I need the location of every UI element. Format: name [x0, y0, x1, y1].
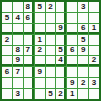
given-digit-r7c2[interactable]: 7 — [13, 67, 23, 77]
given-digit-r7c4[interactable]: 9 — [35, 67, 45, 77]
cell-r4c7[interactable] — [67, 35, 77, 45]
cell-r7c8[interactable] — [78, 67, 88, 77]
cell-r7c3[interactable] — [24, 67, 34, 77]
given-digit-r9c7[interactable]: 1 — [67, 89, 77, 99]
given-digit-r2c1[interactable]: 5 — [2, 13, 12, 23]
cell-r7c5[interactable] — [46, 67, 56, 77]
cell-r6c1[interactable] — [2, 56, 12, 66]
cell-r5c1[interactable] — [2, 46, 12, 56]
cell-r4c9[interactable] — [89, 35, 99, 45]
cell-r6c5[interactable] — [46, 56, 56, 66]
cell-r9c1[interactable] — [2, 89, 12, 99]
given-digit-r6c9[interactable]: 2 — [89, 56, 99, 66]
given-digit-r9c6[interactable]: 2 — [56, 89, 66, 99]
given-digit-r5c3[interactable]: 7 — [24, 46, 34, 56]
cell-r6c8[interactable] — [78, 56, 88, 66]
given-digit-r6c2[interactable]: 9 — [13, 56, 23, 66]
cell-r2c7[interactable] — [67, 13, 77, 23]
given-digit-r5c2[interactable]: 8 — [13, 46, 23, 56]
cell-r2c6[interactable] — [56, 13, 66, 23]
cell-r4c5[interactable] — [46, 35, 56, 45]
given-digit-r3c9[interactable]: 1 — [89, 24, 99, 34]
given-digit-r1c8[interactable]: 3 — [78, 2, 88, 12]
cell-r3c4[interactable] — [35, 24, 45, 34]
given-digit-r1c5[interactable]: 2 — [46, 2, 56, 12]
cell-r3c1[interactable] — [2, 24, 12, 34]
cell-r5c9[interactable] — [89, 46, 99, 56]
cell-r9c4[interactable] — [35, 89, 45, 99]
cell-r6c4[interactable] — [35, 56, 45, 66]
cell-r8c3[interactable] — [24, 78, 34, 88]
cell-r3c7[interactable] — [67, 24, 77, 34]
given-digit-r4c8[interactable]: 5 — [78, 35, 88, 45]
given-digit-r7c1[interactable]: 6 — [2, 67, 12, 77]
cell-r1c6[interactable] — [56, 2, 66, 12]
sudoku-board-frame: 85235469612158725699426799233521 — [0, 0, 101, 101]
given-digit-r8c7[interactable]: 9 — [67, 78, 77, 88]
given-digit-r4c4[interactable]: 1 — [35, 35, 45, 45]
cell-r1c2[interactable] — [13, 2, 23, 12]
cell-r2c9[interactable] — [89, 13, 99, 23]
cell-r1c9[interactable] — [89, 2, 99, 12]
cell-r2c8[interactable] — [78, 13, 88, 23]
cell-r9c9[interactable] — [89, 89, 99, 99]
cell-r8c6[interactable] — [56, 78, 66, 88]
cell-r8c1[interactable] — [2, 78, 12, 88]
cell-r6c7[interactable] — [67, 56, 77, 66]
cell-r7c7[interactable] — [67, 67, 77, 77]
given-digit-r1c3[interactable]: 8 — [24, 2, 34, 12]
given-digit-r5c8[interactable]: 9 — [78, 46, 88, 56]
cell-r9c3[interactable] — [24, 89, 34, 99]
cell-r7c9[interactable] — [89, 67, 99, 77]
cell-r4c2[interactable] — [13, 35, 23, 45]
cell-r7c6[interactable] — [56, 67, 66, 77]
given-digit-r5c4[interactable]: 2 — [35, 46, 45, 56]
cell-r1c1[interactable] — [2, 2, 12, 12]
cell-r8c2[interactable] — [13, 78, 23, 88]
cell-r3c3[interactable] — [24, 24, 34, 34]
cell-r2c5[interactable] — [46, 13, 56, 23]
given-digit-r5c6[interactable]: 5 — [56, 46, 66, 56]
given-digit-r8c9[interactable]: 3 — [89, 78, 99, 88]
cell-r4c3[interactable] — [24, 35, 34, 45]
given-digit-r2c3[interactable]: 6 — [24, 13, 34, 23]
given-digit-r2c2[interactable]: 4 — [13, 13, 23, 23]
cell-r5c5[interactable] — [46, 46, 56, 56]
cell-r2c4[interactable] — [35, 13, 45, 23]
given-digit-r9c2[interactable]: 3 — [13, 89, 23, 99]
given-digit-r8c8[interactable]: 2 — [78, 78, 88, 88]
cell-r4c6[interactable] — [56, 35, 66, 45]
given-digit-r1c4[interactable]: 5 — [35, 2, 45, 12]
cell-r9c8[interactable] — [78, 89, 88, 99]
given-digit-r3c8[interactable]: 6 — [78, 24, 88, 34]
given-digit-r6c6[interactable]: 4 — [56, 56, 66, 66]
cell-r8c5[interactable] — [46, 78, 56, 88]
cell-r6c3[interactable] — [24, 56, 34, 66]
given-digit-r3c6[interactable]: 9 — [56, 24, 66, 34]
given-digit-r4c1[interactable]: 2 — [2, 35, 12, 45]
given-digit-r5c7[interactable]: 6 — [67, 46, 77, 56]
given-digit-r9c5[interactable]: 5 — [46, 89, 56, 99]
sudoku-board: 85235469612158725699426799233521 — [2, 2, 99, 99]
cell-r8c4[interactable] — [35, 78, 45, 88]
cell-r3c2[interactable] — [13, 24, 23, 34]
cell-r1c7[interactable] — [67, 2, 77, 12]
cell-r3c5[interactable] — [46, 24, 56, 34]
